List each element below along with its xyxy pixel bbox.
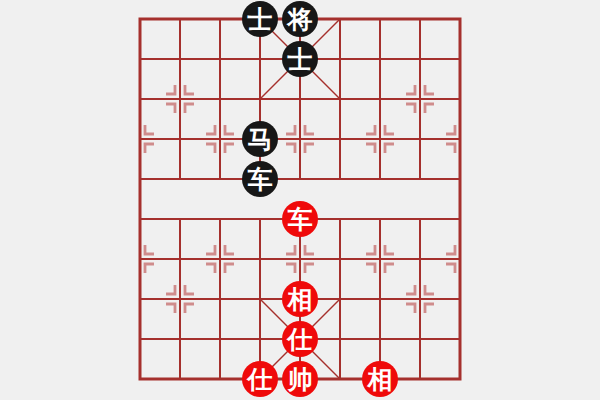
piece-red-elephant-2[interactable]: 相 bbox=[362, 361, 398, 397]
piece-red-advisor-2[interactable]: 仕 bbox=[242, 361, 278, 397]
piece-black-horse[interactable]: 马 bbox=[242, 121, 278, 157]
piece-black-advisor-2[interactable]: 士 bbox=[282, 41, 318, 77]
piece-black-general[interactable]: 将 bbox=[282, 1, 318, 37]
board-grid: 士将士马车车相仕仕帅相 bbox=[120, 0, 480, 399]
piece-red-elephant-1[interactable]: 相 bbox=[282, 281, 318, 317]
xiangqi-board: 士将士马车车相仕仕帅相 bbox=[0, 0, 600, 400]
piece-red-advisor-1[interactable]: 仕 bbox=[282, 321, 318, 357]
piece-black-advisor-1[interactable]: 士 bbox=[242, 1, 278, 37]
piece-red-chariot[interactable]: 车 bbox=[282, 201, 318, 237]
piece-red-general[interactable]: 帅 bbox=[282, 361, 318, 397]
piece-black-chariot[interactable]: 车 bbox=[242, 161, 278, 197]
